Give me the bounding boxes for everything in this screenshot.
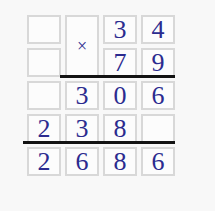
cell-r3c3: 0	[103, 81, 137, 110]
cell-r4c2: 3	[65, 114, 99, 143]
cell-r2c1	[27, 48, 61, 77]
cell-r1c1	[27, 15, 61, 44]
partial-product-rule-line	[60, 75, 175, 78]
cell-r3c1	[27, 81, 61, 110]
cell-r2c4: 9	[141, 48, 175, 77]
cell-r5c2: 6	[65, 147, 99, 176]
cell-r3c4: 6	[141, 81, 175, 110]
cell-r5c4: 6	[141, 147, 175, 176]
cell-r4c3: 8	[103, 114, 137, 143]
times-operator-cell: ×	[65, 15, 99, 77]
cell-r2c3: 7	[103, 48, 137, 77]
cell-r5c1: 2	[27, 147, 61, 176]
cell-r3c2: 3	[65, 81, 99, 110]
cell-r1c4: 4	[141, 15, 175, 44]
page-background: { "game": "long-multiplication", "positi…	[0, 0, 215, 211]
long-multiplication-board: ×34793062382686	[27, 15, 175, 176]
cell-r1c3: 3	[103, 15, 137, 44]
product-rule-line	[23, 141, 175, 144]
cell-r4c1: 2	[27, 114, 61, 143]
cell-r4c4	[141, 114, 175, 143]
cell-r5c3: 8	[103, 147, 137, 176]
